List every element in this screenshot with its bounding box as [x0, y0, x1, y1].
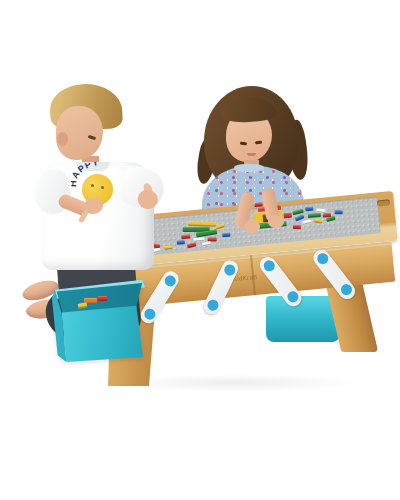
brick[interactable] [202, 241, 212, 247]
brick[interactable] [263, 214, 272, 223]
brick[interactable] [293, 225, 301, 229]
scene: HAPPY KidKraft [0, 0, 400, 500]
brick[interactable] [335, 210, 343, 214]
slider-cap [315, 251, 330, 266]
brick[interactable] [215, 223, 225, 230]
brick[interactable] [305, 207, 313, 212]
girl-eye-right [255, 141, 262, 144]
boy-ear [57, 132, 68, 146]
slider-cap [261, 258, 276, 273]
slider-lever[interactable] [201, 258, 240, 317]
graphic-dot [101, 186, 104, 189]
brick[interactable] [314, 219, 323, 224]
brick[interactable] [308, 213, 321, 218]
boy-fist-hand [138, 190, 158, 209]
girl-blouse-collar [234, 164, 264, 172]
storage-bin-right[interactable] [266, 296, 340, 342]
brick[interactable] [302, 219, 312, 225]
slider-cap [205, 298, 220, 313]
slider-cap [222, 262, 237, 277]
brick[interactable] [78, 302, 88, 308]
brick[interactable] [222, 233, 230, 238]
brick[interactable] [254, 202, 262, 207]
slider-cap [285, 289, 300, 304]
storage-bin-left[interactable] [50, 278, 146, 362]
brick[interactable] [98, 296, 107, 301]
brick[interactable] [284, 213, 292, 219]
handle-notch-right[interactable] [377, 199, 391, 206]
slider-cap [338, 282, 353, 297]
brick[interactable] [326, 216, 336, 222]
